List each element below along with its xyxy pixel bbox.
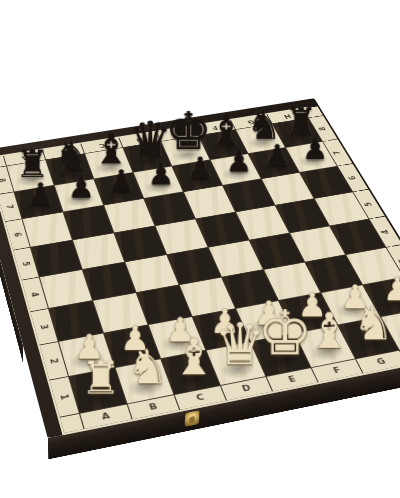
chess-board-box: ABCDEFGH8♜♞♝♛♚♝♞♜87♟♟♟♟♟♟♟♟7665544332♟♟♟… bbox=[0, 98, 400, 438]
piece-black-pawn-f7[interactable]: ♟ bbox=[217, 138, 260, 177]
black-pawn-icon: ♟ bbox=[264, 141, 290, 170]
black-pawn-icon: ♟ bbox=[148, 160, 174, 190]
piece-black-pawn-a7[interactable]: ♟ bbox=[18, 170, 63, 210]
piece-black-pawn-c7[interactable]: ♟ bbox=[99, 157, 143, 196]
white-queen-icon: ♛ bbox=[214, 315, 266, 373]
piece-white-knight-b1[interactable]: ♞ bbox=[122, 333, 174, 392]
product-photo-stage: ABCDEFGH8♜♞♝♛♚♝♞♜87♟♟♟♟♟♟♟♟7665544332♟♟♟… bbox=[0, 0, 400, 498]
black-pawn-icon: ♟ bbox=[302, 135, 328, 164]
brass-clasp-left[interactable] bbox=[184, 410, 199, 427]
white-bishop-icon: ♝ bbox=[172, 332, 217, 382]
scene-3d: ABCDEFGH8♜♞♝♛♚♝♞♜87♟♟♟♟♟♟♟♟7665544332♟♟♟… bbox=[0, 0, 400, 498]
piece-black-pawn-b7[interactable]: ♟ bbox=[59, 163, 103, 203]
white-bishop-icon: ♝ bbox=[307, 306, 351, 355]
piece-white-rook-a1[interactable]: ♜ bbox=[75, 344, 127, 401]
black-pawn-icon: ♟ bbox=[108, 166, 135, 196]
white-knight-icon: ♞ bbox=[353, 301, 394, 347]
rank-label-5-left: 5 bbox=[13, 248, 38, 280]
piece-white-knight-g1[interactable]: ♞ bbox=[348, 290, 398, 347]
piece-white-queen-d1[interactable]: ♛ bbox=[214, 304, 265, 373]
square-e4[interactable] bbox=[209, 240, 263, 276]
white-knight-icon: ♞ bbox=[127, 344, 169, 391]
white-rook-icon: ♜ bbox=[80, 355, 121, 400]
black-pawn-icon: ♟ bbox=[226, 147, 252, 176]
square-a1[interactable]: ♜ bbox=[69, 368, 126, 413]
board-corner-cell bbox=[60, 414, 83, 433]
piece-white-bishop-c1[interactable]: ♝ bbox=[168, 321, 219, 383]
piece-black-pawn-e7[interactable]: ♟ bbox=[179, 144, 223, 183]
piece-black-pawn-d7[interactable]: ♟ bbox=[139, 150, 183, 189]
black-pawn-icon: ♟ bbox=[27, 179, 54, 209]
black-pawn-icon: ♟ bbox=[68, 173, 95, 203]
piece-black-pawn-h7[interactable]: ♟ bbox=[294, 126, 337, 164]
black-pawn-icon: ♟ bbox=[187, 153, 213, 182]
piece-white-king-e1[interactable]: ♚ bbox=[260, 291, 311, 364]
piece-black-pawn-g7[interactable]: ♟ bbox=[256, 132, 299, 170]
